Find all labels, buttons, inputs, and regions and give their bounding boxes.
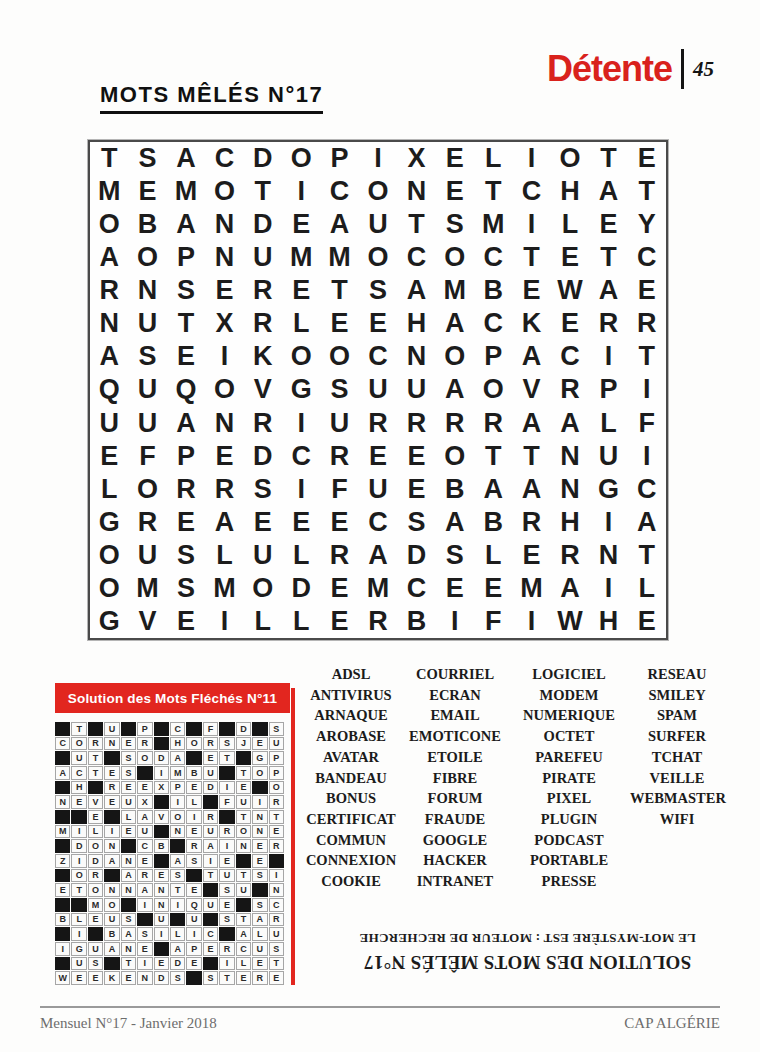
wordsearch-cell: K	[244, 340, 282, 373]
wordsearch-cell: S	[167, 274, 205, 307]
wordsearch-cell: E	[320, 605, 358, 638]
crossword-letter-cell: R	[186, 839, 201, 853]
wordsearch-cell: L	[244, 605, 282, 638]
word-list-item: GOOGLE	[402, 830, 508, 851]
wordsearch-cell: I	[512, 605, 550, 638]
crossword-letter-cell: T	[236, 766, 251, 780]
wordsearch-cell: W	[551, 605, 589, 638]
crossword-letter-cell: N	[104, 737, 119, 751]
crossword-letter-cell: A	[203, 839, 218, 853]
crossword-letter-cell: T	[88, 766, 103, 780]
wordsearch-cell: A	[512, 407, 550, 440]
word-list-column: RESEAUSMILEYSPAMSURFERTCHATVEILLEWEBMAST…	[630, 664, 724, 892]
crossword-letter-cell: N	[269, 883, 284, 897]
wordsearch-cell: M	[167, 175, 205, 208]
wordsearch-cell: E	[589, 208, 627, 241]
wordsearch-cell: D	[244, 440, 282, 473]
wordsearch-cell: R	[397, 407, 435, 440]
wordsearch-cell: B	[474, 274, 512, 307]
crossword-letter-cell: T	[236, 810, 251, 824]
wordsearch-cell: N	[397, 175, 435, 208]
crossword-letter-cell: C	[55, 737, 70, 751]
crossword-letter-cell: S	[121, 913, 136, 927]
word-list-item: ETOILE	[402, 747, 508, 768]
word-list-item: FIBRE	[402, 768, 508, 789]
wordsearch-cell: A	[551, 407, 589, 440]
wordsearch-cell: A	[205, 506, 243, 539]
wordsearch-cell: R	[474, 407, 512, 440]
crossword-letter-cell: M	[88, 898, 103, 912]
crossword-letter-cell: C	[170, 722, 185, 736]
crossword-letter-cell: S	[88, 957, 103, 971]
wordsearch-cell: R	[90, 274, 128, 307]
wordsearch-cell: H	[589, 605, 627, 638]
wordsearch-cell: C	[551, 340, 589, 373]
wordsearch-cell: X	[397, 142, 435, 175]
page-title: MOTS MÊLÉS N°17	[100, 82, 323, 114]
wordsearch-cell: S	[397, 506, 435, 539]
wordsearch-cell: U	[90, 407, 128, 440]
crossword-letter-cell: R	[203, 810, 218, 824]
crossword-letter-cell: S	[186, 854, 201, 868]
wordsearch-cell: E	[282, 208, 320, 241]
crossword-letter-cell: U	[137, 825, 152, 839]
crossword-letter-cell: L	[252, 927, 267, 941]
crossword-black-cell	[55, 898, 70, 912]
wordsearch-cell: P	[320, 142, 358, 175]
wordsearch-cell: U	[128, 539, 166, 572]
word-list-item: PIXEL	[508, 788, 630, 809]
crossword-letter-cell: E	[88, 913, 103, 927]
crossword-black-cell	[170, 839, 185, 853]
red-divider-line	[291, 688, 295, 985]
word-list-column: LOGICIELMODEMNUMERIQUEOCTETPAREFEUPIRATE…	[508, 664, 630, 892]
crossword-black-cell	[252, 781, 267, 795]
wordsearch-cell: E	[244, 506, 282, 539]
crossword-black-cell	[88, 781, 103, 795]
word-list-column: COURRIELECRANEMAILEMOTICONEETOILEFIBREFO…	[402, 664, 508, 892]
crossword-letter-cell: D	[203, 781, 218, 795]
crossword-letter-cell: T	[121, 957, 136, 971]
crossword-letter-cell: U	[104, 722, 119, 736]
crossword-letter-cell: E	[252, 957, 267, 971]
wordsearch-cell: B	[436, 473, 474, 506]
wordsearch-cell: V	[244, 373, 282, 406]
crossword-letter-cell: D	[154, 971, 169, 985]
crossword-letter-cell: U	[252, 942, 267, 956]
wordsearch-cell: V	[512, 373, 550, 406]
crossword-letter-cell: U	[104, 913, 119, 927]
word-list-item: VEILLE	[630, 768, 724, 789]
crossword-black-cell	[154, 795, 169, 809]
wordsearch-cell: R	[551, 539, 589, 572]
wordsearch-cell: E	[474, 572, 512, 605]
crossword-letter-cell: O	[71, 869, 86, 883]
wordsearch-cell: O	[205, 373, 243, 406]
crossword-letter-cell: V	[88, 795, 103, 809]
wordsearch-cell: L	[589, 407, 627, 440]
crossword-letter-cell: P	[170, 781, 185, 795]
crossword-letter-cell: B	[154, 839, 169, 853]
crossword-letter-cell: R	[252, 971, 267, 985]
crossword-letter-cell: M	[170, 766, 185, 780]
wordsearch-cell: I	[436, 605, 474, 638]
crossword-letter-cell: N	[104, 883, 119, 897]
wordsearch-cell: R	[551, 373, 589, 406]
wordsearch-cell: N	[551, 440, 589, 473]
wordsearch-cell: A	[436, 307, 474, 340]
wordsearch-cell: R	[205, 473, 243, 506]
crossword-letter-cell: W	[55, 971, 70, 985]
wordsearch-cell: R	[128, 506, 166, 539]
crossword-black-cell	[121, 898, 136, 912]
crossword-black-cell	[154, 737, 169, 751]
wordsearch-cell: E	[167, 605, 205, 638]
wordsearch-cell: A	[167, 142, 205, 175]
crossword-letter-cell: G	[71, 942, 86, 956]
crossword-black-cell	[88, 927, 103, 941]
crossword-letter-cell: E	[203, 751, 218, 765]
wordsearch-grid: TSACDOPIXELIOTEMEMOTICONETCHATOBANDEAUTS…	[88, 140, 668, 640]
crossword-letter-cell: I	[252, 795, 267, 809]
wordsearch-cell: L	[282, 539, 320, 572]
wordsearch-cell: A	[167, 407, 205, 440]
wordsearch-cell: U	[359, 208, 397, 241]
crossword-letter-cell: U	[154, 913, 169, 927]
crossword-letter-cell: F	[203, 722, 218, 736]
wordsearch-cell: L	[628, 572, 666, 605]
crossword-letter-cell: T	[203, 869, 218, 883]
crossword-letter-cell: O	[252, 766, 267, 780]
wordsearch-cell: N	[205, 208, 243, 241]
wordsearch-cell: N	[90, 307, 128, 340]
wordsearch-cell: E	[205, 274, 243, 307]
crossword-letter-cell: E	[186, 781, 201, 795]
crossword-letter-cell: N	[121, 854, 136, 868]
wordsearch-cell: I	[512, 142, 550, 175]
wordsearch-cell: U	[397, 373, 435, 406]
wordsearch-cell: L	[474, 142, 512, 175]
crossword-letter-cell: U	[269, 927, 284, 941]
wordsearch-cell: E	[205, 440, 243, 473]
crossword-letter-cell: H	[71, 781, 86, 795]
crossword-letter-cell: O	[170, 810, 185, 824]
wordsearch-cell: B	[128, 208, 166, 241]
wordsearch-cell: S	[359, 274, 397, 307]
wordsearch-cell: E	[436, 142, 474, 175]
wordsearch-cell: A	[90, 340, 128, 373]
wordsearch-cell: V	[128, 605, 166, 638]
wordsearch-cell: Y	[628, 208, 666, 241]
wordsearch-cell: S	[167, 539, 205, 572]
crossword-letter-cell: E	[186, 957, 201, 971]
crossword-letter-cell: U	[121, 795, 136, 809]
crossword-letter-cell: N	[154, 898, 169, 912]
crossword-letter-cell: E	[121, 825, 136, 839]
wordsearch-cell: D	[244, 142, 282, 175]
crossword-letter-cell: I	[104, 825, 119, 839]
wordsearch-cell: M	[320, 241, 358, 274]
crossword-letter-cell: P	[186, 942, 201, 956]
wordsearch-cell: D	[244, 208, 282, 241]
wordsearch-cell: E	[551, 241, 589, 274]
wordsearch-cell: O	[320, 340, 358, 373]
wordsearch-cell: O	[128, 473, 166, 506]
wordsearch-cell: E	[628, 142, 666, 175]
crossword-letter-cell: E	[252, 737, 267, 751]
wordsearch-cell: G	[90, 506, 128, 539]
word-list-item: CONNEXION	[300, 850, 402, 871]
crossword-black-cell	[71, 810, 86, 824]
crossword-letter-cell: A	[121, 869, 136, 883]
wordsearch-cell: R	[244, 407, 282, 440]
crossword-black-cell	[186, 971, 201, 985]
wordsearch-cell: T	[512, 440, 550, 473]
wordsearch-cell: T	[474, 175, 512, 208]
crossword-letter-cell: C	[203, 927, 218, 941]
wordsearch-cell: C	[320, 175, 358, 208]
wordsearch-cell: U	[320, 407, 358, 440]
word-list-item: RESEAU	[630, 664, 724, 685]
crossword-letter-cell: R	[137, 869, 152, 883]
wordsearch-cell: O	[205, 175, 243, 208]
crossword-letter-cell: N	[252, 825, 267, 839]
word-list-item: AVATAR	[300, 747, 402, 768]
crossword-black-cell	[55, 810, 70, 824]
wordsearch-cell: I	[589, 506, 627, 539]
crossword-letter-cell: S	[219, 913, 234, 927]
wordsearch-cell: T	[397, 208, 435, 241]
wordsearch-cell: O	[436, 241, 474, 274]
word-list-item: EMAIL	[402, 705, 508, 726]
wordsearch-cell: I	[282, 407, 320, 440]
wordsearch-cell: E	[320, 307, 358, 340]
wordsearch-cell: R	[628, 307, 666, 340]
crossword-letter-cell: T	[71, 722, 86, 736]
crossword-letter-cell: I	[71, 927, 86, 941]
wordsearch-cell: P	[167, 241, 205, 274]
wordsearch-cell: Q	[167, 373, 205, 406]
crossword-letter-cell: C	[137, 839, 152, 853]
wordsearch-cell: E	[436, 175, 474, 208]
crossword-letter-cell: U	[236, 795, 251, 809]
wordsearch-cell: T	[474, 440, 512, 473]
crossword-letter-cell: U	[203, 898, 218, 912]
wordsearch-cell: O	[282, 142, 320, 175]
solution-box-banner: Solution des Mots Fléchés N°11	[55, 683, 290, 713]
wordsearch-cell: E	[167, 340, 205, 373]
wordsearch-cell: E	[359, 307, 397, 340]
crossword-letter-cell: E	[121, 971, 136, 985]
mystery-word-line-rotated: LE MOT-MYSTÈRE EST : MOTEUR DE RECHERCHE	[359, 930, 695, 946]
crossword-black-cell	[252, 722, 267, 736]
crossword-letter-cell: L	[170, 927, 185, 941]
crossword-letter-cell: E	[154, 869, 169, 883]
wordsearch-cell: S	[436, 208, 474, 241]
word-list-item: LOGICIEL	[508, 664, 630, 685]
crossword-black-cell	[55, 839, 70, 853]
crossword-letter-cell: I	[269, 869, 284, 883]
wordsearch-cell: F	[474, 605, 512, 638]
crossword-letter-cell: E	[269, 825, 284, 839]
wordsearch-cell: E	[512, 539, 550, 572]
wordsearch-cell: O	[128, 241, 166, 274]
crossword-letter-cell: U	[269, 737, 284, 751]
wordsearch-cell: R	[359, 605, 397, 638]
word-list-item: COMMUN	[300, 830, 402, 851]
crossword-black-cell	[236, 898, 251, 912]
crossword-black-cell	[104, 957, 119, 971]
crossword-black-cell	[154, 825, 169, 839]
wordsearch-cell: O	[551, 142, 589, 175]
wordsearch-cell: T	[628, 340, 666, 373]
wordsearch-cell: R	[244, 307, 282, 340]
wordsearch-cell: F	[320, 473, 358, 506]
wordsearch-cell: M	[436, 274, 474, 307]
wordsearch-cell: C	[628, 241, 666, 274]
crossword-letter-cell: P	[269, 751, 284, 765]
crossword-letter-cell: K	[104, 971, 119, 985]
crossword-letter-cell: E	[236, 781, 251, 795]
wordsearch-cell: A	[436, 506, 474, 539]
wordsearch-cell: I	[512, 208, 550, 241]
word-list: ADSLANTIVIRUSARNAQUEAROBASEAVATARBANDEAU…	[300, 664, 724, 892]
word-list-item: WEBMASTER	[630, 788, 724, 809]
crossword-letter-cell: R	[219, 942, 234, 956]
crossword-black-cell	[219, 766, 234, 780]
crossword-black-cell	[203, 957, 218, 971]
wordsearch-cell: R	[512, 506, 550, 539]
crossword-letter-cell: O	[137, 751, 152, 765]
crossword-letter-cell: S	[121, 766, 136, 780]
wordsearch-cell: I	[589, 572, 627, 605]
wordsearch-cell: L	[282, 307, 320, 340]
wordsearch-cell: O	[282, 340, 320, 373]
wordsearch-cell: G	[90, 605, 128, 638]
crossword-letter-cell: I	[137, 898, 152, 912]
wordsearch-cell: U	[589, 440, 627, 473]
crossword-letter-cell: I	[71, 854, 86, 868]
wordsearch-cell: I	[205, 605, 243, 638]
wordsearch-cell: F	[628, 407, 666, 440]
crossword-black-cell	[104, 869, 119, 883]
wordsearch-cell: R	[244, 274, 282, 307]
wordsearch-cell: S	[167, 572, 205, 605]
wordsearch-cell: A	[589, 175, 627, 208]
crossword-letter-cell: I	[55, 942, 70, 956]
crossword-letter-cell: E	[104, 795, 119, 809]
crossword-letter-cell: A	[170, 751, 185, 765]
crossword-letter-cell: T	[88, 751, 103, 765]
wordsearch-cell: N	[551, 473, 589, 506]
crossword-letter-cell: N	[154, 883, 169, 897]
word-list-item: WIFI	[630, 809, 724, 830]
crossword-black-cell	[55, 869, 70, 883]
crossword-letter-cell: N	[55, 795, 70, 809]
wordsearch-cell: A	[628, 506, 666, 539]
crossword-letter-cell: T	[71, 883, 86, 897]
crossword-letter-cell: Q	[186, 898, 201, 912]
wordsearch-cell: U	[128, 373, 166, 406]
wordsearch-cell: C	[359, 506, 397, 539]
crossword-letter-cell: E	[186, 825, 201, 839]
wordsearch-cell: M	[205, 572, 243, 605]
wordsearch-cell: C	[397, 241, 435, 274]
crossword-letter-cell: S	[203, 971, 218, 985]
crossword-letter-cell: S	[269, 722, 284, 736]
crossword-letter-cell: A	[252, 913, 267, 927]
wordsearch-cell: C	[474, 307, 512, 340]
crossword-black-cell	[236, 854, 251, 868]
wordsearch-cell: T	[244, 175, 282, 208]
wordsearch-cell: N	[397, 340, 435, 373]
word-list-item: INTRANET	[402, 871, 508, 892]
crossword-letter-cell: U	[203, 766, 218, 780]
wordsearch-cell: B	[397, 605, 435, 638]
wordsearch-cell: C	[359, 340, 397, 373]
wordsearch-cell: M	[474, 208, 512, 241]
wordsearch-cell: R	[436, 407, 474, 440]
crossword-letter-cell: E	[55, 883, 70, 897]
wordsearch-cell: M	[359, 572, 397, 605]
wordsearch-cell: A	[474, 473, 512, 506]
solution-title-rotated: SOLUTION DES MOTS MÊLÉS N°17	[364, 951, 691, 973]
wordsearch-cell: O	[90, 208, 128, 241]
crossword-letter-cell: E	[252, 839, 267, 853]
wordsearch-cell: U	[128, 307, 166, 340]
crossword-letter-cell: O	[186, 737, 201, 751]
word-list-item: PLUGIN	[508, 809, 630, 830]
crossword-letter-cell: A	[121, 927, 136, 941]
crossword-letter-cell: U	[88, 942, 103, 956]
word-list-item: PRESSE	[508, 871, 630, 892]
crossword-letter-cell: G	[252, 751, 267, 765]
crossword-letter-cell: E	[269, 971, 284, 985]
crossword-letter-cell: S	[121, 751, 136, 765]
crossword-black-cell	[236, 751, 251, 765]
crossword-letter-cell: R	[88, 737, 103, 751]
crossword-letter-cell: S	[170, 971, 185, 985]
crossword-letter-cell: U	[71, 751, 86, 765]
wordsearch-cell: O	[474, 373, 512, 406]
wordsearch-cell: F	[128, 440, 166, 473]
wordsearch-cell: G	[282, 373, 320, 406]
crossword-letter-cell: J	[236, 737, 251, 751]
footer-issue-date: Mensuel N°17 - Janvier 2018	[40, 1015, 217, 1032]
crossword-black-cell	[203, 913, 218, 927]
crossword-black-cell	[121, 722, 136, 736]
crossword-letter-cell: I	[219, 957, 234, 971]
crossword-letter-cell: I	[219, 839, 234, 853]
page-number: 45	[693, 57, 714, 82]
wordsearch-cell: E	[282, 506, 320, 539]
crossword-black-cell	[104, 751, 119, 765]
crossword-letter-cell: T	[269, 957, 284, 971]
crossword-letter-cell: I	[219, 781, 234, 795]
crossword-black-cell	[252, 883, 267, 897]
crossword-letter-cell: H	[170, 737, 185, 751]
wordsearch-cell: T	[167, 307, 205, 340]
crossword-letter-cell: N	[121, 883, 136, 897]
crossword-letter-cell: I	[186, 810, 201, 824]
crossword-letter-cell: N	[137, 971, 152, 985]
wordsearch-cell: A	[320, 208, 358, 241]
crossword-letter-cell: N	[252, 810, 267, 824]
word-list-item: BANDEAU	[300, 768, 402, 789]
crossword-letter-cell: N	[236, 839, 251, 853]
word-list-item: PODCAST	[508, 830, 630, 851]
crossword-black-cell	[219, 722, 234, 736]
